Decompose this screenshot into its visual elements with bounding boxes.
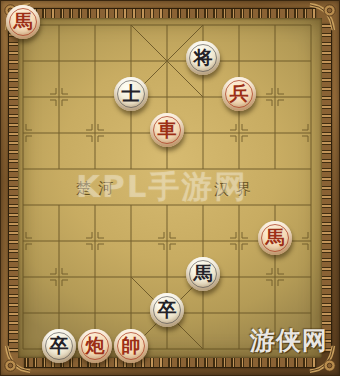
red-general[interactable]: 帥	[114, 329, 148, 363]
black-general[interactable]: 将	[186, 41, 220, 75]
black-advisor[interactable]: 士	[114, 77, 148, 111]
black-piece-glyph: 将	[194, 48, 213, 67]
black-horse[interactable]: 馬	[186, 257, 220, 291]
red-horse[interactable]: 馬	[258, 221, 292, 255]
xiangqi-game-screen: 楚河 汉界 馬将士兵車馬馬卒卒炮帥 KPL手游网 游侠网	[0, 0, 340, 376]
black-soldier[interactable]: 卒	[150, 293, 184, 327]
red-cannon[interactable]: 炮	[78, 329, 112, 363]
red-piece-glyph: 兵	[230, 84, 249, 103]
red-soldier[interactable]: 兵	[222, 77, 256, 111]
red-piece-glyph: 炮	[86, 336, 105, 355]
black-piece-glyph: 士	[122, 84, 141, 103]
red-horse[interactable]: 馬	[6, 5, 40, 39]
river-label-hanjie: 汉界	[214, 180, 258, 199]
red-piece-glyph: 車	[158, 120, 177, 139]
red-piece-glyph: 馬	[266, 228, 285, 247]
black-piece-glyph: 卒	[158, 300, 177, 319]
black-piece-glyph: 卒	[50, 336, 69, 355]
river-label-chuhe: 楚河	[76, 179, 120, 198]
red-chariot[interactable]: 車	[150, 113, 184, 147]
black-piece-glyph: 馬	[194, 264, 213, 283]
red-piece-glyph: 馬	[14, 12, 33, 31]
red-piece-glyph: 帥	[122, 336, 141, 355]
black-soldier[interactable]: 卒	[42, 329, 76, 363]
